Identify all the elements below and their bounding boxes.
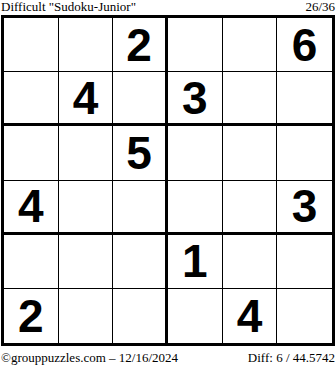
cell-r2c6-empty[interactable] bbox=[277, 72, 332, 126]
cell-r3c6-empty[interactable] bbox=[277, 126, 332, 180]
cell-r1c1-empty[interactable] bbox=[4, 18, 59, 72]
cell-r2c2-given[interactable]: 4 bbox=[59, 72, 114, 126]
cell-r6c6-empty[interactable] bbox=[277, 289, 332, 343]
cell-r3c3-given[interactable]: 5 bbox=[113, 126, 168, 180]
cell-r4c1-given[interactable]: 4 bbox=[4, 181, 59, 235]
cell-r6c1-given[interactable]: 2 bbox=[4, 289, 59, 343]
cell-r5c5-empty[interactable] bbox=[223, 235, 278, 289]
cell-r4c3-empty[interactable] bbox=[113, 181, 168, 235]
difficulty-text: Diff: 6 / 44.5742 bbox=[248, 351, 335, 365]
puzzle-page: Difficult "Sudoku-Junior" 26/36 26435431… bbox=[0, 0, 336, 370]
puzzle-counter: 26/36 bbox=[305, 0, 335, 14]
cell-r6c3-empty[interactable] bbox=[113, 289, 168, 343]
cell-r2c1-empty[interactable] bbox=[4, 72, 59, 126]
cell-r6c4-empty[interactable] bbox=[168, 289, 223, 343]
cell-r2c3-empty[interactable] bbox=[113, 72, 168, 126]
cell-r2c5-empty[interactable] bbox=[223, 72, 278, 126]
cell-r4c5-empty[interactable] bbox=[223, 181, 278, 235]
cell-r5c3-empty[interactable] bbox=[113, 235, 168, 289]
cell-r5c1-empty[interactable] bbox=[4, 235, 59, 289]
cell-r5c2-empty[interactable] bbox=[59, 235, 114, 289]
board: 2643543124 bbox=[1, 15, 335, 346]
cell-r5c6-empty[interactable] bbox=[277, 235, 332, 289]
cell-r1c2-empty[interactable] bbox=[59, 18, 114, 72]
cell-r3c4-empty[interactable] bbox=[168, 126, 223, 180]
cell-r4c6-given[interactable]: 3 bbox=[277, 181, 332, 235]
cell-r1c5-empty[interactable] bbox=[223, 18, 278, 72]
cell-r3c1-empty[interactable] bbox=[4, 126, 59, 180]
cell-r3c5-empty[interactable] bbox=[223, 126, 278, 180]
cell-r1c4-empty[interactable] bbox=[168, 18, 223, 72]
cell-r1c3-given[interactable]: 2 bbox=[113, 18, 168, 72]
cell-r2c4-given[interactable]: 3 bbox=[168, 72, 223, 126]
cell-r6c5-given[interactable]: 4 bbox=[223, 289, 278, 343]
cell-r6c2-empty[interactable] bbox=[59, 289, 114, 343]
puzzle-title: Difficult "Sudoku-Junior" bbox=[1, 0, 136, 14]
cell-r1c6-given[interactable]: 6 bbox=[277, 18, 332, 72]
copyright-text: ©grouppuzzles.com – 12/16/2024 bbox=[1, 351, 178, 365]
cell-r5c4-given[interactable]: 1 bbox=[168, 235, 223, 289]
cell-r3c2-empty[interactable] bbox=[59, 126, 114, 180]
cell-r4c2-empty[interactable] bbox=[59, 181, 114, 235]
cell-r4c4-empty[interactable] bbox=[168, 181, 223, 235]
